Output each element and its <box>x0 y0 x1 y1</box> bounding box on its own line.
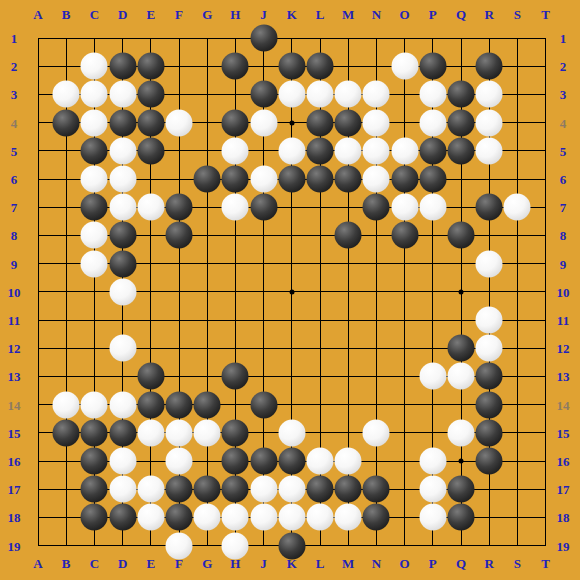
intersection-D1[interactable] <box>109 24 137 52</box>
intersection-O19[interactable] <box>391 532 419 560</box>
intersection-A2[interactable] <box>24 52 52 80</box>
white-stone-R3 <box>476 81 503 108</box>
coord-label-right-6: 6 <box>560 173 567 186</box>
coord-label-top-Q: Q <box>456 8 466 21</box>
intersection-S11[interactable] <box>503 306 531 334</box>
intersection-G5[interactable] <box>193 137 221 165</box>
black-stone-M6 <box>335 166 362 193</box>
intersection-S5[interactable] <box>503 137 531 165</box>
intersection-J9[interactable] <box>250 250 278 278</box>
white-stone-N6 <box>363 166 390 193</box>
intersection-B19[interactable] <box>52 532 80 560</box>
intersection-T4[interactable] <box>532 109 560 137</box>
intersection-E6[interactable] <box>137 165 165 193</box>
white-stone-C3 <box>81 81 108 108</box>
intersection-A18[interactable] <box>24 503 52 531</box>
intersection-A1[interactable] <box>24 24 52 52</box>
intersection-A19[interactable] <box>24 532 52 560</box>
intersection-F11[interactable] <box>165 306 193 334</box>
white-stone-J6 <box>250 166 277 193</box>
intersection-J11[interactable] <box>250 306 278 334</box>
white-stone-P17 <box>419 476 446 503</box>
intersection-R17[interactable] <box>475 475 503 503</box>
intersection-J2[interactable] <box>250 52 278 80</box>
intersection-N14[interactable] <box>362 391 390 419</box>
intersection-O9[interactable] <box>391 250 419 278</box>
white-stone-D16 <box>109 448 136 475</box>
intersection-S19[interactable] <box>503 532 531 560</box>
intersection-F6[interactable] <box>165 165 193 193</box>
intersection-M12[interactable] <box>334 334 362 362</box>
intersection-S12[interactable] <box>503 334 531 362</box>
intersection-B5[interactable] <box>52 137 80 165</box>
intersection-H8[interactable] <box>221 221 249 249</box>
intersection-G16[interactable] <box>193 447 221 475</box>
intersection-T5[interactable] <box>532 137 560 165</box>
intersection-L9[interactable] <box>306 250 334 278</box>
intersection-S6[interactable] <box>503 165 531 193</box>
intersection-M14[interactable] <box>334 391 362 419</box>
coord-label-left-14: 14 <box>8 398 21 411</box>
white-stone-E18 <box>137 504 164 531</box>
coord-label-top-A: A <box>33 8 42 21</box>
intersection-B17[interactable] <box>52 475 80 503</box>
intersection-B18[interactable] <box>52 503 80 531</box>
black-stone-E5 <box>137 137 164 164</box>
intersection-G8[interactable] <box>193 221 221 249</box>
intersection-E10[interactable] <box>137 278 165 306</box>
black-stone-R15 <box>476 419 503 446</box>
intersection-N12[interactable] <box>362 334 390 362</box>
intersection-J15[interactable] <box>250 419 278 447</box>
intersection-P12[interactable] <box>419 334 447 362</box>
intersection-Q16[interactable] <box>447 447 475 475</box>
intersection-A6[interactable] <box>24 165 52 193</box>
intersection-E11[interactable] <box>137 306 165 334</box>
intersection-T3[interactable] <box>532 80 560 108</box>
intersection-C13[interactable] <box>80 362 108 390</box>
coord-label-right-9: 9 <box>560 257 567 270</box>
intersection-B10[interactable] <box>52 278 80 306</box>
intersection-S4[interactable] <box>503 109 531 137</box>
intersection-S14[interactable] <box>503 391 531 419</box>
intersection-O13[interactable] <box>391 362 419 390</box>
intersection-F2[interactable] <box>165 52 193 80</box>
black-stone-M4 <box>335 109 362 136</box>
intersection-L1[interactable] <box>306 24 334 52</box>
intersection-S3[interactable] <box>503 80 531 108</box>
white-stone-D12 <box>109 335 136 362</box>
intersection-Q2[interactable] <box>447 52 475 80</box>
intersection-G4[interactable] <box>193 109 221 137</box>
intersection-A16[interactable] <box>24 447 52 475</box>
coord-label-left-3: 3 <box>11 88 18 101</box>
intersection-T13[interactable] <box>532 362 560 390</box>
intersection-A14[interactable] <box>24 391 52 419</box>
intersection-L13[interactable] <box>306 362 334 390</box>
intersection-O4[interactable] <box>391 109 419 137</box>
intersection-T14[interactable] <box>532 391 560 419</box>
intersection-M9[interactable] <box>334 250 362 278</box>
intersection-L12[interactable] <box>306 334 334 362</box>
intersection-L7[interactable] <box>306 193 334 221</box>
intersection-A3[interactable] <box>24 80 52 108</box>
black-stone-D18 <box>109 504 136 531</box>
intersection-O12[interactable] <box>391 334 419 362</box>
intersection-M7[interactable] <box>334 193 362 221</box>
black-stone-F14 <box>166 391 193 418</box>
black-stone-J1 <box>250 25 277 52</box>
intersection-T10[interactable] <box>532 278 560 306</box>
intersection-J13[interactable] <box>250 362 278 390</box>
intersection-K10[interactable] <box>278 278 306 306</box>
black-stone-P2 <box>419 53 446 80</box>
intersection-A13[interactable] <box>24 362 52 390</box>
black-stone-Q4 <box>448 109 475 136</box>
intersection-P1[interactable] <box>419 24 447 52</box>
intersection-B12[interactable] <box>52 334 80 362</box>
intersection-B9[interactable] <box>52 250 80 278</box>
intersection-T9[interactable] <box>532 250 560 278</box>
white-stone-K5 <box>278 137 305 164</box>
intersection-A11[interactable] <box>24 306 52 334</box>
intersection-O1[interactable] <box>391 24 419 52</box>
white-stone-M16 <box>335 448 362 475</box>
white-stone-N4 <box>363 109 390 136</box>
coord-label-top-E: E <box>146 8 155 21</box>
intersection-B13[interactable] <box>52 362 80 390</box>
white-stone-J18 <box>250 504 277 531</box>
intersection-Q6[interactable] <box>447 165 475 193</box>
intersection-A10[interactable] <box>24 278 52 306</box>
black-stone-F17 <box>166 476 193 503</box>
intersection-G13[interactable] <box>193 362 221 390</box>
coord-label-left-15: 15 <box>8 426 21 439</box>
intersection-A5[interactable] <box>24 137 52 165</box>
intersection-T8[interactable] <box>532 221 560 249</box>
intersection-E1[interactable] <box>137 24 165 52</box>
intersection-K9[interactable] <box>278 250 306 278</box>
intersection-D13[interactable] <box>109 362 137 390</box>
coord-label-top-J: J <box>260 8 267 21</box>
intersection-Q7[interactable] <box>447 193 475 221</box>
white-stone-L16 <box>307 448 334 475</box>
intersection-L14[interactable] <box>306 391 334 419</box>
intersection-T11[interactable] <box>532 306 560 334</box>
intersection-M13[interactable] <box>334 362 362 390</box>
intersection-M19[interactable] <box>334 532 362 560</box>
intersection-O17[interactable] <box>391 475 419 503</box>
intersection-N9[interactable] <box>362 250 390 278</box>
coord-label-left-7: 7 <box>11 201 18 214</box>
intersection-G7[interactable] <box>193 193 221 221</box>
black-stone-Q8 <box>448 222 475 249</box>
intersection-N1[interactable] <box>362 24 390 52</box>
white-stone-E15 <box>137 419 164 446</box>
intersection-J5[interactable] <box>250 137 278 165</box>
intersection-O14[interactable] <box>391 391 419 419</box>
white-stone-O7 <box>391 194 418 221</box>
coord-label-top-T: T <box>541 8 550 21</box>
intersection-S13[interactable] <box>503 362 531 390</box>
intersection-H1[interactable] <box>221 24 249 52</box>
intersection-T6[interactable] <box>532 165 560 193</box>
intersection-E16[interactable] <box>137 447 165 475</box>
intersection-M15[interactable] <box>334 419 362 447</box>
intersection-L10[interactable] <box>306 278 334 306</box>
white-stone-M18 <box>335 504 362 531</box>
intersection-S8[interactable] <box>503 221 531 249</box>
black-stone-H4 <box>222 109 249 136</box>
intersection-F13[interactable] <box>165 362 193 390</box>
intersection-T1[interactable] <box>532 24 560 52</box>
intersection-G10[interactable] <box>193 278 221 306</box>
intersection-M2[interactable] <box>334 52 362 80</box>
intersection-R18[interactable] <box>475 503 503 531</box>
intersection-A17[interactable] <box>24 475 52 503</box>
intersection-J19[interactable] <box>250 532 278 560</box>
intersection-K12[interactable] <box>278 334 306 362</box>
intersection-F3[interactable] <box>165 80 193 108</box>
intersection-L19[interactable] <box>306 532 334 560</box>
intersection-Q9[interactable] <box>447 250 475 278</box>
intersection-P9[interactable] <box>419 250 447 278</box>
black-stone-K19 <box>278 532 305 559</box>
intersection-S17[interactable] <box>503 475 531 503</box>
intersection-L8[interactable] <box>306 221 334 249</box>
intersection-B1[interactable] <box>52 24 80 52</box>
intersection-A7[interactable] <box>24 193 52 221</box>
black-stone-L2 <box>307 53 334 80</box>
black-stone-Q12 <box>448 335 475 362</box>
white-stone-F15 <box>166 419 193 446</box>
intersection-N13[interactable] <box>362 362 390 390</box>
coord-label-right-3: 3 <box>560 88 567 101</box>
intersection-F1[interactable] <box>165 24 193 52</box>
white-stone-C9 <box>81 250 108 277</box>
white-stone-J4 <box>250 109 277 136</box>
intersection-R6[interactable] <box>475 165 503 193</box>
intersection-A8[interactable] <box>24 221 52 249</box>
intersection-K1[interactable] <box>278 24 306 52</box>
white-stone-E7 <box>137 194 164 221</box>
intersection-O16[interactable] <box>391 447 419 475</box>
intersection-B8[interactable] <box>52 221 80 249</box>
intersection-E19[interactable] <box>137 532 165 560</box>
intersection-P10[interactable] <box>419 278 447 306</box>
intersection-M10[interactable] <box>334 278 362 306</box>
intersection-R10[interactable] <box>475 278 503 306</box>
black-stone-D2 <box>109 53 136 80</box>
intersection-J10[interactable] <box>250 278 278 306</box>
white-stone-H19 <box>222 532 249 559</box>
intersection-J12[interactable] <box>250 334 278 362</box>
intersection-J8[interactable] <box>250 221 278 249</box>
black-stone-N18 <box>363 504 390 531</box>
white-stone-E17 <box>137 476 164 503</box>
intersection-R1[interactable] <box>475 24 503 52</box>
intersection-C1[interactable] <box>80 24 108 52</box>
intersection-F5[interactable] <box>165 137 193 165</box>
intersection-P14[interactable] <box>419 391 447 419</box>
coord-label-left-13: 13 <box>8 370 21 383</box>
white-stone-R11 <box>476 307 503 334</box>
intersection-M1[interactable] <box>334 24 362 52</box>
intersection-K4[interactable] <box>278 109 306 137</box>
coord-label-left-5: 5 <box>11 144 18 157</box>
black-stone-C7 <box>81 194 108 221</box>
white-stone-D17 <box>109 476 136 503</box>
coord-label-right-5: 5 <box>560 144 567 157</box>
intersection-S2[interactable] <box>503 52 531 80</box>
intersection-G19[interactable] <box>193 532 221 560</box>
intersection-O3[interactable] <box>391 80 419 108</box>
intersection-T7[interactable] <box>532 193 560 221</box>
intersection-O15[interactable] <box>391 419 419 447</box>
intersection-N16[interactable] <box>362 447 390 475</box>
intersection-L11[interactable] <box>306 306 334 334</box>
intersection-C12[interactable] <box>80 334 108 362</box>
white-stone-H7 <box>222 194 249 221</box>
intersection-N19[interactable] <box>362 532 390 560</box>
intersection-T18[interactable] <box>532 503 560 531</box>
intersection-H12[interactable] <box>221 334 249 362</box>
intersection-Q11[interactable] <box>447 306 475 334</box>
intersection-G11[interactable] <box>193 306 221 334</box>
intersection-L15[interactable] <box>306 419 334 447</box>
white-stone-F19 <box>166 532 193 559</box>
white-stone-K17 <box>278 476 305 503</box>
black-stone-K6 <box>278 166 305 193</box>
intersection-E9[interactable] <box>137 250 165 278</box>
white-stone-K18 <box>278 504 305 531</box>
intersection-K7[interactable] <box>278 193 306 221</box>
intersection-C19[interactable] <box>80 532 108 560</box>
white-stone-C2 <box>81 53 108 80</box>
intersection-N8[interactable] <box>362 221 390 249</box>
intersection-P8[interactable] <box>419 221 447 249</box>
white-stone-K3 <box>278 81 305 108</box>
intersection-K11[interactable] <box>278 306 306 334</box>
intersection-P15[interactable] <box>419 419 447 447</box>
intersection-O18[interactable] <box>391 503 419 531</box>
intersection-B11[interactable] <box>52 306 80 334</box>
white-stone-B14 <box>53 391 80 418</box>
intersection-S1[interactable] <box>503 24 531 52</box>
white-stone-G18 <box>194 504 221 531</box>
intersection-Q1[interactable] <box>447 24 475 52</box>
intersection-S10[interactable] <box>503 278 531 306</box>
intersection-N11[interactable] <box>362 306 390 334</box>
intersection-E12[interactable] <box>137 334 165 362</box>
intersection-P19[interactable] <box>419 532 447 560</box>
black-stone-P6 <box>419 166 446 193</box>
black-stone-C18 <box>81 504 108 531</box>
intersection-Q14[interactable] <box>447 391 475 419</box>
black-stone-P5 <box>419 137 446 164</box>
black-stone-D4 <box>109 109 136 136</box>
white-stone-D7 <box>109 194 136 221</box>
intersection-O10[interactable] <box>391 278 419 306</box>
intersection-B7[interactable] <box>52 193 80 221</box>
intersection-F10[interactable] <box>165 278 193 306</box>
black-stone-D8 <box>109 222 136 249</box>
intersection-A4[interactable] <box>24 109 52 137</box>
intersection-T19[interactable] <box>532 532 560 560</box>
intersection-H9[interactable] <box>221 250 249 278</box>
intersection-P11[interactable] <box>419 306 447 334</box>
intersection-K14[interactable] <box>278 391 306 419</box>
intersection-A12[interactable] <box>24 334 52 362</box>
white-stone-B3 <box>53 81 80 108</box>
intersection-D19[interactable] <box>109 532 137 560</box>
intersection-T12[interactable] <box>532 334 560 362</box>
intersection-B16[interactable] <box>52 447 80 475</box>
intersection-F12[interactable] <box>165 334 193 362</box>
intersection-H14[interactable] <box>221 391 249 419</box>
intersection-B2[interactable] <box>52 52 80 80</box>
black-stone-C17 <box>81 476 108 503</box>
intersection-K8[interactable] <box>278 221 306 249</box>
white-stone-F4 <box>166 109 193 136</box>
intersection-G3[interactable] <box>193 80 221 108</box>
intersection-G9[interactable] <box>193 250 221 278</box>
intersection-T16[interactable] <box>532 447 560 475</box>
intersection-N10[interactable] <box>362 278 390 306</box>
intersection-M11[interactable] <box>334 306 362 334</box>
intersection-N2[interactable] <box>362 52 390 80</box>
intersection-Q10[interactable] <box>447 278 475 306</box>
intersection-S18[interactable] <box>503 503 531 531</box>
intersection-T15[interactable] <box>532 419 560 447</box>
white-stone-N15 <box>363 419 390 446</box>
intersection-G1[interactable] <box>193 24 221 52</box>
intersection-G2[interactable] <box>193 52 221 80</box>
white-stone-M3 <box>335 81 362 108</box>
intersection-A15[interactable] <box>24 419 52 447</box>
black-stone-H15 <box>222 419 249 446</box>
intersection-R19[interactable] <box>475 532 503 560</box>
intersection-O11[interactable] <box>391 306 419 334</box>
intersection-K13[interactable] <box>278 362 306 390</box>
intersection-H11[interactable] <box>221 306 249 334</box>
coord-label-top-P: P <box>429 8 437 21</box>
intersection-T17[interactable] <box>532 475 560 503</box>
intersection-T2[interactable] <box>532 52 560 80</box>
intersection-E8[interactable] <box>137 221 165 249</box>
intersection-B6[interactable] <box>52 165 80 193</box>
white-stone-P4 <box>419 109 446 136</box>
intersection-C10[interactable] <box>80 278 108 306</box>
intersection-R8[interactable] <box>475 221 503 249</box>
intersection-H10[interactable] <box>221 278 249 306</box>
white-stone-K15 <box>278 419 305 446</box>
intersection-A9[interactable] <box>24 250 52 278</box>
coord-label-top-G: G <box>202 8 212 21</box>
white-stone-G15 <box>194 419 221 446</box>
intersection-H3[interactable] <box>221 80 249 108</box>
intersection-Q19[interactable] <box>447 532 475 560</box>
intersection-F9[interactable] <box>165 250 193 278</box>
intersection-S15[interactable] <box>503 419 531 447</box>
black-stone-H2 <box>222 53 249 80</box>
black-stone-E13 <box>137 363 164 390</box>
intersection-D11[interactable] <box>109 306 137 334</box>
intersection-S9[interactable] <box>503 250 531 278</box>
intersection-G12[interactable] <box>193 334 221 362</box>
intersection-S16[interactable] <box>503 447 531 475</box>
intersection-C11[interactable] <box>80 306 108 334</box>
